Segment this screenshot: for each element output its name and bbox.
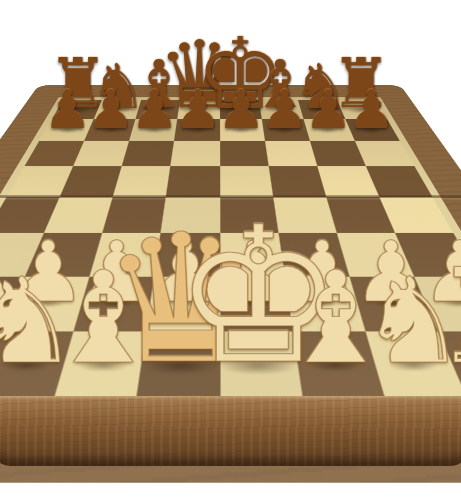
piece-black-pawn-c7[interactable]: ♟ [130,84,178,137]
square-c6[interactable] [122,141,174,167]
piece-black-pawn-g7[interactable]: ♟ [304,84,352,137]
square-e6[interactable] [220,141,269,167]
piece-black-pawn-a7[interactable]: ♟ [44,84,92,137]
piece-black-pawn-f7[interactable]: ♟ [261,84,309,137]
piece-white-rook-h1[interactable]: ♜ [432,251,461,382]
square-f6[interactable] [265,141,317,167]
piece-black-pawn-b7[interactable]: ♟ [87,84,135,137]
chess-set-photo: ♜♞♝♛♚♝♞♜♟♟♟♟♟♟♟♟♟♟♟♟♟♟♟♟♜♞♝♛♚♝♞♜ [0,0,461,500]
square-c5[interactable] [113,166,171,196]
piece-black-pawn-d7[interactable]: ♟ [174,84,222,137]
square-d6[interactable] [171,141,220,167]
piece-black-pawn-h7[interactable]: ♟ [348,84,396,137]
board-front-edge [0,396,461,466]
piece-black-pawn-e7[interactable]: ♟ [217,84,265,137]
square-h6[interactable] [355,141,415,167]
